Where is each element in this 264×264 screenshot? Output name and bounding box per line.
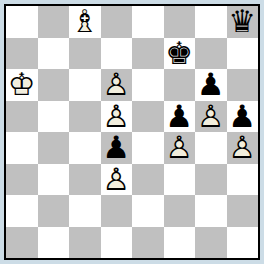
square-e8	[132, 6, 164, 38]
square-d8	[101, 6, 133, 38]
square-f4: ♟♙	[164, 132, 196, 164]
square-a5	[6, 101, 38, 133]
white-pawn-d3: ♟♙	[101, 164, 133, 196]
square-g6: ♟	[195, 69, 227, 101]
piece-outline-glyph: ♗	[71, 6, 99, 37]
piece-outline-glyph: ♙	[165, 132, 193, 163]
black-queen-h8: ♛	[227, 6, 259, 38]
square-a8	[6, 6, 38, 38]
square-b2	[38, 195, 70, 227]
square-b6	[38, 69, 70, 101]
square-c7	[69, 38, 101, 70]
square-c8: ♝♗	[69, 6, 101, 38]
square-f8	[164, 6, 196, 38]
square-g1	[195, 227, 227, 259]
piece-outline-glyph: ♔	[8, 69, 36, 100]
square-e1	[132, 227, 164, 259]
square-e4	[132, 132, 164, 164]
square-h7	[227, 38, 259, 70]
white-king-a6: ♚♔	[6, 69, 38, 101]
square-b7	[38, 38, 70, 70]
square-e7	[132, 38, 164, 70]
page-background: ♝♗♛♚♚♔♟♙♟♟♙♟♟♙♟♟♟♙♟♙♟♙	[0, 0, 264, 264]
white-pawn-d5: ♟♙	[101, 101, 133, 133]
square-f1	[164, 227, 196, 259]
square-h4: ♟♙	[227, 132, 259, 164]
square-e3	[132, 164, 164, 196]
square-b4	[38, 132, 70, 164]
square-h2	[227, 195, 259, 227]
square-a3	[6, 164, 38, 196]
piece-outline-glyph: ♙	[228, 132, 256, 163]
black-pawn-g6: ♟	[195, 69, 227, 101]
square-c6	[69, 69, 101, 101]
chess-board: ♝♗♛♚♚♔♟♙♟♟♙♟♟♙♟♟♟♙♟♙♟♙	[6, 6, 258, 258]
square-b1	[38, 227, 70, 259]
black-pawn-d4: ♟	[101, 132, 133, 164]
square-g2	[195, 195, 227, 227]
square-d1	[101, 227, 133, 259]
white-bishop-c8: ♝♗	[69, 6, 101, 38]
square-h8: ♛	[227, 6, 259, 38]
square-a4	[6, 132, 38, 164]
square-g8	[195, 6, 227, 38]
square-b3	[38, 164, 70, 196]
square-b5	[38, 101, 70, 133]
square-g7	[195, 38, 227, 70]
black-pawn-f5: ♟	[164, 101, 196, 133]
white-pawn-d6: ♟♙	[101, 69, 133, 101]
square-g4	[195, 132, 227, 164]
square-c4	[69, 132, 101, 164]
square-a6: ♚♔	[6, 69, 38, 101]
piece-outline-glyph: ♙	[102, 101, 130, 132]
square-h1	[227, 227, 259, 259]
piece-outline-glyph: ♙	[102, 164, 130, 195]
white-pawn-g5: ♟♙	[195, 101, 227, 133]
square-f2	[164, 195, 196, 227]
white-pawn-f4: ♟♙	[164, 132, 196, 164]
square-h5: ♟	[227, 101, 259, 133]
piece-outline-glyph: ♙	[102, 69, 130, 100]
square-g3	[195, 164, 227, 196]
square-c5	[69, 101, 101, 133]
piece-outline-glyph: ♙	[197, 101, 225, 132]
square-a7	[6, 38, 38, 70]
square-c3	[69, 164, 101, 196]
black-king-f7: ♚	[164, 38, 196, 70]
square-f7: ♚	[164, 38, 196, 70]
square-c2	[69, 195, 101, 227]
square-g5: ♟♙	[195, 101, 227, 133]
square-d5: ♟♙	[101, 101, 133, 133]
square-d2	[101, 195, 133, 227]
white-pawn-h4: ♟♙	[227, 132, 259, 164]
square-d3: ♟♙	[101, 164, 133, 196]
square-c1	[69, 227, 101, 259]
chess-board-frame: ♝♗♛♚♚♔♟♙♟♟♙♟♟♙♟♟♟♙♟♙♟♙	[4, 4, 260, 260]
square-f6	[164, 69, 196, 101]
square-d4: ♟	[101, 132, 133, 164]
black-pawn-h5: ♟	[227, 101, 259, 133]
square-d7	[101, 38, 133, 70]
square-e5	[132, 101, 164, 133]
square-b8	[38, 6, 70, 38]
square-a1	[6, 227, 38, 259]
square-a2	[6, 195, 38, 227]
square-h6	[227, 69, 259, 101]
square-e6	[132, 69, 164, 101]
square-f3	[164, 164, 196, 196]
square-f5: ♟	[164, 101, 196, 133]
square-d6: ♟♙	[101, 69, 133, 101]
square-h3	[227, 164, 259, 196]
square-e2	[132, 195, 164, 227]
